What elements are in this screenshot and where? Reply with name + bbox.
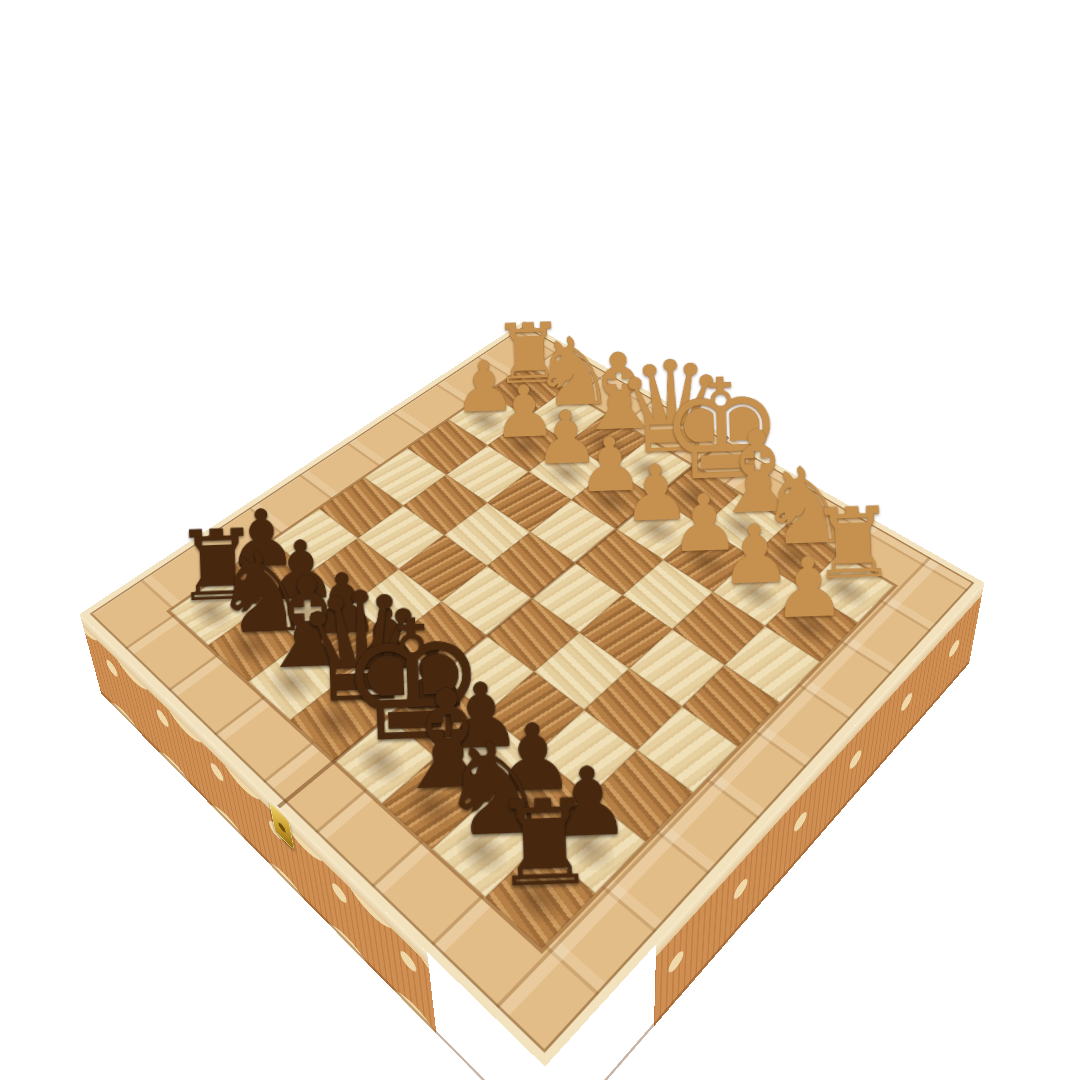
piece-white-pawn: ♟ — [770, 546, 839, 631]
product-photo-scene: ♜♞♝♛♚♝♞♜♟♟♟♟♟♟♟♟♟♟♟♟♟♟♟♟♜♞♝♛♚♝♞♜ — [0, 0, 1080, 1080]
piece-black-rook: ♜ — [489, 784, 571, 904]
folding-chess-box: ♜♞♝♛♚♝♞♜♟♟♟♟♟♟♟♟♟♟♟♟♟♟♟♟♜♞♝♛♚♝♞♜ — [80, 321, 985, 1067]
perspective-wrapper: ♜♞♝♛♚♝♞♜♟♟♟♟♟♟♟♟♟♟♟♟♟♟♟♟♜♞♝♛♚♝♞♜ — [0, 0, 1080, 1080]
